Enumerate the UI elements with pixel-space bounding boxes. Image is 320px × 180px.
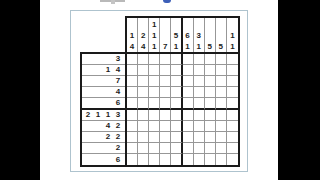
column-clue-group: 61 — [183, 18, 194, 52]
grid-cell[interactable] — [171, 132, 182, 143]
column-clue-number: 5 — [219, 41, 223, 52]
grid-cell[interactable] — [160, 54, 171, 65]
column-clue-number: 6 — [185, 30, 189, 41]
row-clue-number: 2 — [113, 121, 123, 131]
grid-cell[interactable] — [160, 110, 171, 121]
row-clue-group: 42 — [82, 121, 125, 132]
grid-cell[interactable] — [149, 154, 160, 165]
row-clue-number: 1 — [103, 65, 113, 75]
row-clue-number: 4 — [113, 87, 123, 97]
column-clue-number: 4 — [130, 41, 134, 52]
grid-cell[interactable] — [205, 132, 216, 143]
cutoff-logo-fragment-notch — [111, 0, 115, 4]
letterbox-left — [0, 0, 40, 180]
grid-cell[interactable] — [205, 143, 216, 154]
grid-cell[interactable] — [149, 143, 160, 154]
grid-cell[interactable] — [171, 76, 182, 87]
grid-cell[interactable] — [127, 98, 138, 109]
cutoff-icon-fragment — [163, 0, 171, 3]
grid-cell[interactable] — [138, 65, 149, 76]
grid-cell[interactable] — [216, 121, 227, 132]
grid-cell[interactable] — [183, 87, 194, 98]
grid-cell[interactable] — [138, 121, 149, 132]
grid-cell[interactable] — [160, 98, 171, 109]
column-clue-group: 5 — [216, 18, 227, 52]
grid-cell[interactable] — [149, 87, 160, 98]
row-clue-number: 6 — [113, 98, 123, 108]
clue-corner — [80, 16, 125, 52]
row-clues: 3147462113422226 — [80, 52, 125, 167]
column-clue-group: 11 — [227, 18, 238, 52]
grid-cell[interactable] — [183, 76, 194, 87]
grid-cell[interactable] — [127, 76, 138, 87]
row-clue-number: 2 — [113, 143, 123, 153]
grid-cell[interactable] — [127, 121, 138, 132]
grid-cell[interactable] — [194, 76, 205, 87]
row-clue-group: 7 — [82, 76, 125, 87]
grid-cell[interactable] — [227, 54, 238, 65]
grid-cell[interactable] — [160, 87, 171, 98]
column-clue-number: 5 — [208, 41, 212, 52]
grid-cell[interactable] — [194, 65, 205, 76]
grid-cell[interactable] — [160, 65, 171, 76]
grid-cell[interactable] — [171, 121, 182, 132]
grid-cell[interactable] — [205, 65, 216, 76]
column-clue-number: 4 — [141, 41, 145, 52]
grid-cell[interactable] — [216, 54, 227, 65]
grid-cell[interactable] — [227, 154, 238, 165]
grid-cell[interactable] — [149, 98, 160, 109]
grid-cell[interactable] — [216, 143, 227, 154]
column-clue-group: 7 — [160, 18, 171, 52]
row-clue-number: 4 — [113, 65, 123, 75]
grid-cell[interactable] — [194, 143, 205, 154]
grid-cell[interactable] — [194, 54, 205, 65]
column-clue-group: 31 — [194, 18, 205, 52]
row-clue-group: 6 — [82, 154, 125, 165]
column-clue-number: 1 — [152, 41, 156, 52]
grid-cell[interactable] — [194, 110, 205, 121]
letterbox-right — [278, 0, 320, 180]
grid-cell[interactable] — [149, 54, 160, 65]
column-clue-number: 1 — [185, 41, 189, 52]
grid-cell[interactable] — [171, 98, 182, 109]
grid-cell[interactable] — [216, 87, 227, 98]
column-clue-number: 1 — [152, 30, 156, 41]
row-clue-number: 2 — [83, 110, 93, 120]
grid-cell[interactable] — [160, 132, 171, 143]
grid-cell[interactable] — [171, 154, 182, 165]
row-clue-group: 2 — [82, 143, 125, 154]
grid-cell[interactable] — [194, 154, 205, 165]
grid-cell[interactable] — [216, 65, 227, 76]
grid-cell[interactable] — [149, 65, 160, 76]
column-clue-group: 5 — [205, 18, 216, 52]
row-clue-group: 22 — [82, 132, 125, 143]
column-clue-number: 1 — [230, 41, 234, 52]
grid-cell[interactable] — [227, 110, 238, 121]
grid-cell[interactable] — [127, 132, 138, 143]
grid-cell[interactable] — [160, 121, 171, 132]
grid-cell[interactable] — [227, 98, 238, 109]
grid-cell[interactable] — [183, 54, 194, 65]
column-clue-group: 111 — [149, 18, 160, 52]
row-clue-number: 3 — [113, 54, 123, 64]
grid-cell[interactable] — [194, 132, 205, 143]
grid-cell[interactable] — [205, 98, 216, 109]
column-clue-number: 5 — [174, 30, 178, 41]
column-clue-number: 1 — [230, 30, 234, 41]
grid-cell[interactable] — [160, 76, 171, 87]
puzzle-grid — [125, 52, 240, 167]
row-clue-number: 1 — [103, 110, 113, 120]
grid-cell[interactable] — [205, 87, 216, 98]
grid-cell[interactable] — [127, 54, 138, 65]
grid-cell[interactable] — [227, 65, 238, 76]
grid-cell[interactable] — [227, 87, 238, 98]
grid-cell[interactable] — [138, 110, 149, 121]
grid-cell[interactable] — [194, 87, 205, 98]
column-clues: 142411175161315511 — [125, 16, 240, 52]
grid-cell[interactable] — [205, 110, 216, 121]
row-clue-group: 3 — [82, 54, 125, 65]
grid-cell[interactable] — [183, 65, 194, 76]
grid-cell[interactable] — [171, 110, 182, 121]
puzzle-panel: 142411175161315511 3147462113422226 — [70, 10, 248, 172]
grid-cell[interactable] — [160, 143, 171, 154]
row-clue-group: 6 — [82, 98, 125, 110]
grid-cell[interactable] — [138, 132, 149, 143]
column-clue-group: 51 — [171, 18, 182, 52]
grid-cell[interactable] — [205, 121, 216, 132]
grid-cell[interactable] — [138, 87, 149, 98]
grid-cell[interactable] — [205, 54, 216, 65]
grid-cell[interactable] — [138, 54, 149, 65]
row-clue-number: 3 — [113, 110, 123, 120]
grid-cell[interactable] — [216, 110, 227, 121]
row-clue-number: 7 — [113, 76, 123, 86]
column-clue-group: 24 — [138, 18, 149, 52]
column-clue-number: 2 — [141, 30, 145, 41]
grid-cell[interactable] — [227, 121, 238, 132]
grid-cell[interactable] — [171, 54, 182, 65]
grid-cell[interactable] — [183, 98, 194, 109]
grid-cell[interactable] — [171, 65, 182, 76]
grid-cell[interactable] — [216, 132, 227, 143]
column-clue-group: 14 — [127, 18, 138, 52]
grid-cell[interactable] — [227, 132, 238, 143]
row-clue-number: 2 — [103, 132, 113, 142]
column-clue-number: 3 — [196, 30, 200, 41]
grid-cell[interactable] — [216, 76, 227, 87]
column-clue-number: 1 — [196, 41, 200, 52]
grid-cell[interactable] — [171, 143, 182, 154]
grid-cell[interactable] — [205, 154, 216, 165]
grid-cell[interactable] — [127, 110, 138, 121]
grid-cell[interactable] — [138, 143, 149, 154]
grid-cell[interactable] — [171, 87, 182, 98]
nonogram-board: 142411175161315511 3147462113422226 — [80, 16, 240, 167]
grid-cell[interactable] — [160, 154, 171, 165]
grid-cell[interactable] — [194, 121, 205, 132]
grid-cell[interactable] — [138, 98, 149, 109]
row-clue-number: 6 — [113, 155, 123, 165]
row-clue-number: 2 — [113, 132, 123, 142]
grid-cell[interactable] — [127, 143, 138, 154]
grid-cell[interactable] — [127, 87, 138, 98]
grid-cell[interactable] — [205, 76, 216, 87]
column-clue-number: 7 — [163, 41, 167, 52]
grid-cell[interactable] — [227, 76, 238, 87]
row-clue-group: 14 — [82, 65, 125, 76]
row-clue-number: 1 — [93, 110, 103, 120]
grid-cell[interactable] — [149, 121, 160, 132]
column-clue-number: 1 — [152, 19, 156, 30]
row-clue-group: 4 — [82, 87, 125, 98]
grid-cell[interactable] — [183, 110, 194, 121]
grid-cell[interactable] — [183, 132, 194, 143]
row-clue-group: 2113 — [82, 110, 125, 121]
grid-cell[interactable] — [138, 154, 149, 165]
grid-cell[interactable] — [183, 143, 194, 154]
grid-cell[interactable] — [216, 98, 227, 109]
grid-cell[interactable] — [227, 143, 238, 154]
grid-cell[interactable] — [149, 110, 160, 121]
grid-cell[interactable] — [183, 121, 194, 132]
grid-cell[interactable] — [149, 132, 160, 143]
grid-cell[interactable] — [138, 76, 149, 87]
grid-cell[interactable] — [149, 76, 160, 87]
grid-cell[interactable] — [194, 98, 205, 109]
grid-cell[interactable] — [127, 65, 138, 76]
grid-cell[interactable] — [183, 154, 194, 165]
row-clue-number: 4 — [103, 121, 113, 131]
grid-cell[interactable] — [127, 154, 138, 165]
column-clue-number: 1 — [174, 41, 178, 52]
column-clue-number: 1 — [130, 30, 134, 41]
grid-cell[interactable] — [216, 154, 227, 165]
